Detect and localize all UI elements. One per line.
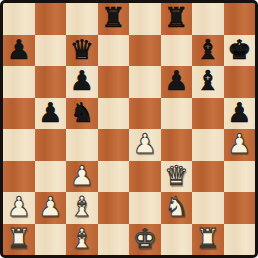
black-pawn-b5[interactable]: ♟ bbox=[38, 97, 62, 129]
square-c3[interactable]: ♟ bbox=[66, 161, 98, 193]
square-c6[interactable]: ♟ bbox=[66, 66, 98, 98]
square-g6[interactable]: ♝ bbox=[192, 66, 224, 98]
black-rook-f8[interactable]: ♜ bbox=[164, 2, 188, 34]
white-pawn-h4[interactable]: ♟ bbox=[227, 128, 251, 160]
square-e4[interactable]: ♟ bbox=[129, 129, 161, 161]
square-c5[interactable]: ♞ bbox=[66, 98, 98, 130]
square-g7[interactable]: ♝ bbox=[192, 35, 224, 67]
black-bishop-g7[interactable]: ♝ bbox=[196, 34, 220, 66]
black-queen-c7[interactable]: ♛ bbox=[70, 34, 94, 66]
square-h8[interactable] bbox=[224, 3, 256, 35]
square-d1[interactable] bbox=[98, 224, 130, 256]
square-e1[interactable]: ♚ bbox=[129, 224, 161, 256]
white-bishop-c1[interactable]: ♝ bbox=[70, 223, 94, 255]
square-g1[interactable]: ♜ bbox=[192, 224, 224, 256]
square-e3[interactable] bbox=[129, 161, 161, 193]
black-rook-d8[interactable]: ♜ bbox=[101, 2, 125, 34]
square-a4[interactable] bbox=[3, 129, 35, 161]
black-pawn-c6[interactable]: ♟ bbox=[70, 65, 94, 97]
white-knight-f2[interactable]: ♞ bbox=[164, 191, 188, 223]
square-f4[interactable] bbox=[161, 129, 193, 161]
square-d4[interactable] bbox=[98, 129, 130, 161]
black-pawn-h5[interactable]: ♟ bbox=[227, 97, 251, 129]
square-h2[interactable] bbox=[224, 192, 256, 224]
square-f7[interactable] bbox=[161, 35, 193, 67]
square-e6[interactable] bbox=[129, 66, 161, 98]
square-d2[interactable] bbox=[98, 192, 130, 224]
square-h1[interactable] bbox=[224, 224, 256, 256]
white-pawn-b2[interactable]: ♟ bbox=[38, 191, 62, 223]
square-a5[interactable] bbox=[3, 98, 35, 130]
square-g2[interactable] bbox=[192, 192, 224, 224]
square-f6[interactable]: ♟ bbox=[161, 66, 193, 98]
square-c7[interactable]: ♛ bbox=[66, 35, 98, 67]
square-c1[interactable]: ♝ bbox=[66, 224, 98, 256]
square-a7[interactable]: ♟ bbox=[3, 35, 35, 67]
white-king-e1[interactable]: ♚ bbox=[133, 223, 157, 255]
square-c8[interactable] bbox=[66, 3, 98, 35]
square-g4[interactable] bbox=[192, 129, 224, 161]
square-g5[interactable] bbox=[192, 98, 224, 130]
square-d3[interactable] bbox=[98, 161, 130, 193]
square-c2[interactable]: ♝ bbox=[66, 192, 98, 224]
square-e2[interactable] bbox=[129, 192, 161, 224]
square-b6[interactable] bbox=[35, 66, 67, 98]
square-f5[interactable] bbox=[161, 98, 193, 130]
square-b1[interactable] bbox=[35, 224, 67, 256]
square-f8[interactable]: ♜ bbox=[161, 3, 193, 35]
white-queen-f3[interactable]: ♛ bbox=[164, 160, 188, 192]
white-pawn-c3[interactable]: ♟ bbox=[70, 160, 94, 192]
square-d6[interactable] bbox=[98, 66, 130, 98]
square-a3[interactable] bbox=[3, 161, 35, 193]
square-e5[interactable] bbox=[129, 98, 161, 130]
square-e8[interactable] bbox=[129, 3, 161, 35]
white-pawn-e4[interactable]: ♟ bbox=[133, 128, 157, 160]
square-f3[interactable]: ♛ bbox=[161, 161, 193, 193]
white-pawn-a2[interactable]: ♟ bbox=[7, 191, 31, 223]
square-b5[interactable]: ♟ bbox=[35, 98, 67, 130]
white-bishop-c2[interactable]: ♝ bbox=[70, 191, 94, 223]
square-a8[interactable] bbox=[3, 3, 35, 35]
square-a6[interactable] bbox=[3, 66, 35, 98]
square-b7[interactable] bbox=[35, 35, 67, 67]
square-d5[interactable] bbox=[98, 98, 130, 130]
square-h3[interactable] bbox=[224, 161, 256, 193]
square-b3[interactable] bbox=[35, 161, 67, 193]
black-knight-c5[interactable]: ♞ bbox=[70, 97, 94, 129]
square-g3[interactable] bbox=[192, 161, 224, 193]
chess-board-grid: ♜♜♟♛♝♚♟♟♝♟♞♟♟♟♟♛♟♟♝♞♜♝♚♜ bbox=[3, 3, 255, 255]
square-a1[interactable]: ♜ bbox=[3, 224, 35, 256]
square-h6[interactable] bbox=[224, 66, 256, 98]
square-h7[interactable]: ♚ bbox=[224, 35, 256, 67]
black-pawn-f6[interactable]: ♟ bbox=[164, 65, 188, 97]
square-f2[interactable]: ♞ bbox=[161, 192, 193, 224]
square-h5[interactable]: ♟ bbox=[224, 98, 256, 130]
square-f1[interactable] bbox=[161, 224, 193, 256]
square-b4[interactable] bbox=[35, 129, 67, 161]
square-e7[interactable] bbox=[129, 35, 161, 67]
black-king-h7[interactable]: ♚ bbox=[227, 34, 251, 66]
square-c4[interactable] bbox=[66, 129, 98, 161]
square-b8[interactable] bbox=[35, 3, 67, 35]
white-rook-a1[interactable]: ♜ bbox=[7, 223, 31, 255]
white-rook-g1[interactable]: ♜ bbox=[196, 223, 220, 255]
square-h4[interactable]: ♟ bbox=[224, 129, 256, 161]
square-a2[interactable]: ♟ bbox=[3, 192, 35, 224]
square-d7[interactable] bbox=[98, 35, 130, 67]
square-d8[interactable]: ♜ bbox=[98, 3, 130, 35]
black-bishop-g6[interactable]: ♝ bbox=[196, 65, 220, 97]
chess-board: ♜♜♟♛♝♚♟♟♝♟♞♟♟♟♟♛♟♟♝♞♜♝♚♜ bbox=[0, 0, 258, 258]
square-g8[interactable] bbox=[192, 3, 224, 35]
square-b2[interactable]: ♟ bbox=[35, 192, 67, 224]
black-pawn-a7[interactable]: ♟ bbox=[7, 34, 31, 66]
